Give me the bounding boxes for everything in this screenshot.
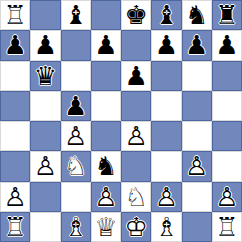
square-h8[interactable]: ♜: [212, 0, 242, 30]
square-b5[interactable]: [30, 91, 60, 121]
white-rook-outline: ♖: [0, 0, 30, 30]
white-knight-piece[interactable]: ♞♘: [121, 182, 151, 212]
black-bishop-piece[interactable]: ♝: [61, 0, 91, 30]
square-d2[interactable]: ♟♙: [91, 182, 121, 212]
white-pawn-piece[interactable]: ♟♙: [61, 121, 91, 151]
square-e2[interactable]: ♞♘: [121, 182, 151, 212]
black-pawn-body: ♟: [121, 61, 151, 91]
white-queen-outline: ♕: [91, 212, 121, 242]
square-c2[interactable]: [61, 182, 91, 212]
white-pawn-piece[interactable]: ♟♙: [0, 182, 30, 212]
white-rook-piece[interactable]: ♜♖: [0, 0, 30, 30]
square-g4[interactable]: [182, 121, 212, 151]
black-pawn-piece[interactable]: ♟: [91, 30, 121, 60]
square-h3[interactable]: [212, 151, 242, 181]
black-queen-piece[interactable]: ♛: [30, 61, 60, 91]
black-knight-body: ♞: [91, 151, 121, 181]
square-b8[interactable]: [30, 0, 60, 30]
square-f8[interactable]: ♝: [151, 0, 181, 30]
square-h2[interactable]: ♟♙: [212, 182, 242, 212]
black-pawn-body: ♟: [182, 30, 212, 60]
square-d3[interactable]: ♞: [91, 151, 121, 181]
square-a1[interactable]: ♜♖: [0, 212, 30, 242]
black-pawn-piece[interactable]: ♟: [212, 30, 242, 60]
black-pawn-piece[interactable]: ♟: [0, 30, 30, 60]
white-bishop-piece[interactable]: ♝♗: [61, 212, 91, 242]
square-d5[interactable]: [91, 91, 121, 121]
black-pawn-body: ♟: [0, 30, 30, 60]
square-b4[interactable]: [30, 121, 60, 151]
square-e8[interactable]: ♚: [121, 0, 151, 30]
square-e5[interactable]: [121, 91, 151, 121]
square-h6[interactable]: [212, 61, 242, 91]
square-c8[interactable]: ♝: [61, 0, 91, 30]
white-bishop-outline: ♗: [61, 212, 91, 242]
square-g8[interactable]: ♞: [182, 0, 212, 30]
square-b3[interactable]: ♟♙: [30, 151, 60, 181]
square-f1[interactable]: ♝♗: [151, 212, 181, 242]
white-queen-piece[interactable]: ♛♕: [91, 212, 121, 242]
white-rook-outline: ♖: [212, 212, 242, 242]
square-f4[interactable]: [151, 121, 181, 151]
square-b2[interactable]: [30, 182, 60, 212]
square-h5[interactable]: [212, 91, 242, 121]
black-knight-body: ♞: [182, 0, 212, 30]
white-bishop-piece[interactable]: ♝♗: [151, 212, 181, 242]
square-b1[interactable]: [30, 212, 60, 242]
black-queen-body: ♛: [30, 61, 60, 91]
white-king-piece[interactable]: ♚♔: [121, 212, 151, 242]
square-b6[interactable]: ♛: [30, 61, 60, 91]
black-king-piece[interactable]: ♚: [121, 0, 151, 30]
black-pawn-piece[interactable]: ♟: [151, 30, 181, 60]
white-pawn-outline: ♙: [0, 182, 30, 212]
white-rook-piece[interactable]: ♜♖: [0, 212, 30, 242]
square-f3[interactable]: [151, 151, 181, 181]
square-g2[interactable]: [182, 182, 212, 212]
white-pawn-outline: ♙: [121, 121, 151, 151]
square-g3[interactable]: ♟♙: [182, 151, 212, 181]
white-knight-outline: ♘: [61, 151, 91, 181]
white-king-outline: ♔: [121, 212, 151, 242]
white-pawn-outline: ♙: [61, 121, 91, 151]
black-king-body: ♚: [121, 0, 151, 30]
black-pawn-body: ♟: [61, 91, 91, 121]
square-h4[interactable]: [212, 121, 242, 151]
black-pawn-body: ♟: [30, 30, 60, 60]
black-knight-piece[interactable]: ♞: [91, 151, 121, 181]
white-pawn-outline: ♙: [182, 151, 212, 181]
white-knight-outline: ♘: [121, 182, 151, 212]
black-pawn-body: ♟: [151, 30, 181, 60]
square-e6[interactable]: ♟: [121, 61, 151, 91]
square-f5[interactable]: [151, 91, 181, 121]
white-bishop-outline: ♗: [151, 212, 181, 242]
square-c7[interactable]: [61, 30, 91, 60]
square-e4[interactable]: ♟♙: [121, 121, 151, 151]
square-e7[interactable]: [121, 30, 151, 60]
white-pawn-piece[interactable]: ♟♙: [182, 151, 212, 181]
square-e3[interactable]: [121, 151, 151, 181]
square-a4[interactable]: [0, 121, 30, 151]
black-rook-body: ♜: [212, 0, 242, 30]
white-pawn-outline: ♙: [151, 182, 181, 212]
black-pawn-piece[interactable]: ♟: [121, 61, 151, 91]
square-d4[interactable]: [91, 121, 121, 151]
square-h1[interactable]: ♜♖: [212, 212, 242, 242]
square-c6[interactable]: [61, 61, 91, 91]
square-h7[interactable]: ♟: [212, 30, 242, 60]
white-pawn-piece[interactable]: ♟♙: [121, 121, 151, 151]
black-pawn-body: ♟: [91, 30, 121, 60]
square-g6[interactable]: [182, 61, 212, 91]
square-b7[interactable]: ♟: [30, 30, 60, 60]
black-pawn-piece[interactable]: ♟: [182, 30, 212, 60]
square-a8[interactable]: ♜♖: [0, 0, 30, 30]
square-a7[interactable]: ♟: [0, 30, 30, 60]
black-knight-piece[interactable]: ♞: [182, 0, 212, 30]
square-c3[interactable]: ♞♘: [61, 151, 91, 181]
square-f2[interactable]: ♟♙: [151, 182, 181, 212]
square-a5[interactable]: [0, 91, 30, 121]
white-knight-piece[interactable]: ♞♘: [61, 151, 91, 181]
white-pawn-outline: ♙: [212, 182, 242, 212]
square-f6[interactable]: [151, 61, 181, 91]
white-pawn-piece[interactable]: ♟♙: [151, 182, 181, 212]
square-a2[interactable]: ♟♙: [0, 182, 30, 212]
white-pawn-piece[interactable]: ♟♙: [212, 182, 242, 212]
black-bishop-body: ♝: [61, 0, 91, 30]
square-g1[interactable]: [182, 212, 212, 242]
square-g5[interactable]: [182, 91, 212, 121]
square-d1[interactable]: ♛♕: [91, 212, 121, 242]
white-rook-outline: ♖: [0, 212, 30, 242]
black-pawn-body: ♟: [212, 30, 242, 60]
square-d7[interactable]: ♟: [91, 30, 121, 60]
square-c5[interactable]: ♟: [61, 91, 91, 121]
chess-board: ♜♖♝♚♝♞♜♟♟♟♟♟♟♛♟♟♟♙♟♙♟♙♞♘♞♟♙♟♙♟♙♞♘♟♙♟♙♜♖♝…: [0, 0, 242, 242]
square-c1[interactable]: ♝♗: [61, 212, 91, 242]
white-pawn-piece[interactable]: ♟♙: [91, 182, 121, 212]
white-rook-piece[interactable]: ♜♖: [212, 212, 242, 242]
square-d6[interactable]: [91, 61, 121, 91]
square-a6[interactable]: [0, 61, 30, 91]
black-bishop-piece[interactable]: ♝: [151, 0, 181, 30]
square-f7[interactable]: ♟: [151, 30, 181, 60]
white-pawn-outline: ♙: [91, 182, 121, 212]
square-g7[interactable]: ♟: [182, 30, 212, 60]
square-e1[interactable]: ♚♔: [121, 212, 151, 242]
black-pawn-piece[interactable]: ♟: [61, 91, 91, 121]
square-a3[interactable]: [0, 151, 30, 181]
black-pawn-piece[interactable]: ♟: [30, 30, 60, 60]
black-bishop-body: ♝: [151, 0, 181, 30]
square-d8[interactable]: [91, 0, 121, 30]
white-pawn-outline: ♙: [30, 151, 60, 181]
white-pawn-piece[interactable]: ♟♙: [30, 151, 60, 181]
square-c4[interactable]: ♟♙: [61, 121, 91, 151]
black-rook-piece[interactable]: ♜: [212, 0, 242, 30]
